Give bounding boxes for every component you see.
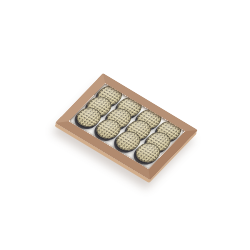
tray-frame (55, 73, 198, 180)
cardboard-tray (55, 73, 198, 180)
product-photo-scene (0, 0, 250, 250)
